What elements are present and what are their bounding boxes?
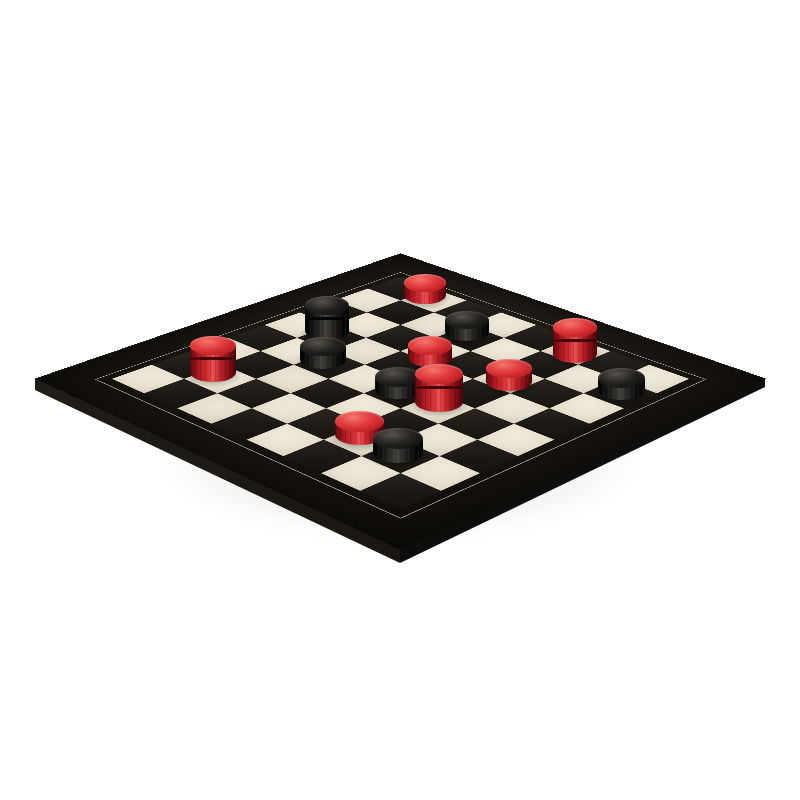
checkers-board: [35, 253, 766, 550]
checkered-field: [112, 277, 689, 509]
product-photo-stage: [0, 0, 800, 800]
perspective-scene: [0, 0, 800, 800]
